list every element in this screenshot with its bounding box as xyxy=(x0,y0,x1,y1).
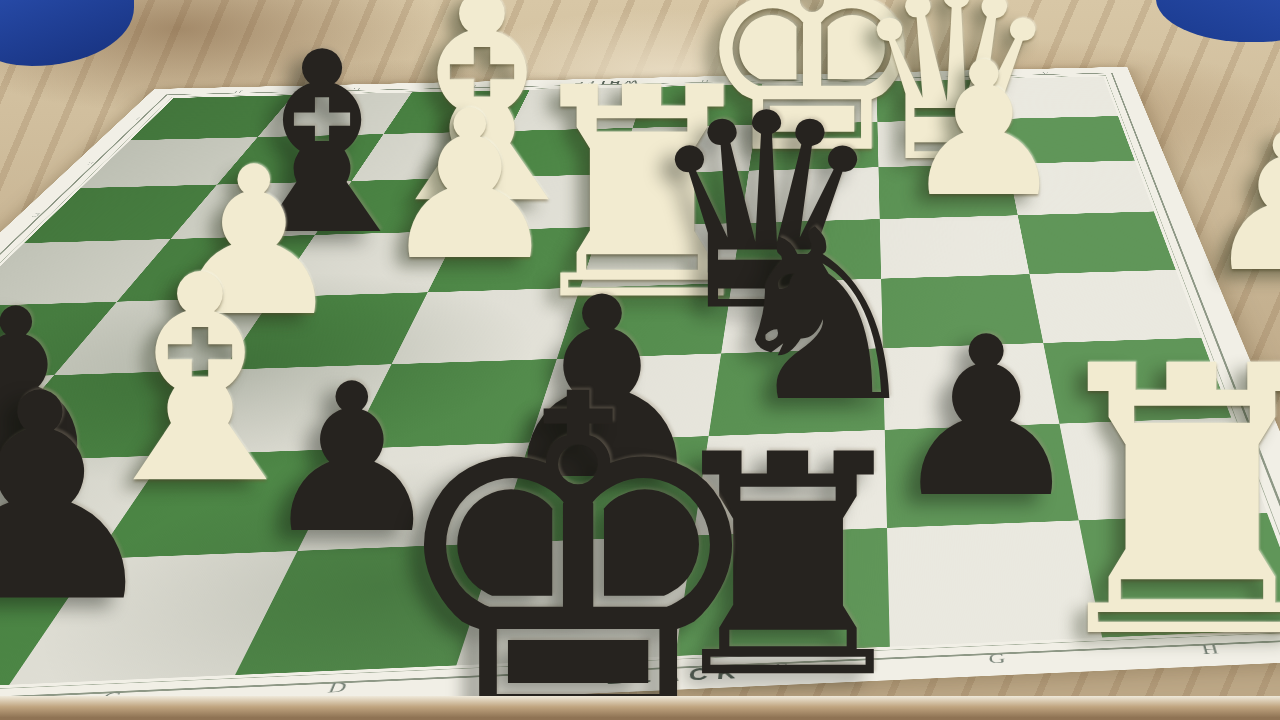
square-h8 xyxy=(1078,513,1280,638)
square-g1 xyxy=(876,79,998,122)
file-letter-near-h: H xyxy=(1103,636,1280,661)
table-edge xyxy=(0,696,1280,720)
square-h6 xyxy=(1043,338,1231,424)
square-f1 xyxy=(756,82,878,125)
square-d1 xyxy=(509,87,646,131)
file-letter-far-h: H xyxy=(176,88,298,95)
square-h3 xyxy=(1007,161,1154,216)
square-f7 xyxy=(693,430,887,535)
file-letter-far-a: A xyxy=(989,70,1102,76)
square-h4 xyxy=(1017,211,1175,274)
chessboard: ABCDEFGH ABCDEFGH 12345678 BLACK WHITE xyxy=(0,67,1280,720)
square-h7 xyxy=(1059,418,1267,521)
board-play-area xyxy=(0,76,1280,704)
square-g3 xyxy=(878,164,1017,219)
square-e5 xyxy=(557,283,732,359)
piece-white-pawn-h3: ♟ xyxy=(1203,109,1280,299)
square-e7 xyxy=(497,436,709,543)
square-f8 xyxy=(675,528,890,656)
file-letter-far-b: B xyxy=(876,73,989,79)
file-letter-far-g: G xyxy=(296,86,417,93)
square-f2 xyxy=(749,122,879,171)
square-f3 xyxy=(741,167,880,223)
square-g6 xyxy=(883,343,1059,430)
square-d2 xyxy=(485,128,632,178)
square-f5 xyxy=(721,279,883,354)
square-g4 xyxy=(880,215,1029,278)
chess-photo-scene: ABCDEFGH ABCDEFGH 12345678 BLACK WHITE ♚… xyxy=(0,0,1280,720)
square-e2 xyxy=(617,125,755,174)
square-f6 xyxy=(708,348,884,436)
square-e1 xyxy=(633,84,762,127)
blue-case-right xyxy=(1156,0,1280,42)
square-e4 xyxy=(580,223,740,288)
file-letter-far-d: D xyxy=(647,78,763,85)
blue-case-left xyxy=(0,0,134,66)
square-h1 xyxy=(990,76,1118,118)
square-d3 xyxy=(458,174,617,231)
file-letter-near-g: G xyxy=(890,645,1106,671)
square-f4 xyxy=(731,219,881,283)
square-g5 xyxy=(881,274,1043,348)
square-h5 xyxy=(1029,270,1201,343)
square-g8 xyxy=(887,520,1102,647)
file-letter-far-c: C xyxy=(762,75,876,81)
square-g7 xyxy=(885,424,1079,528)
square-e3 xyxy=(600,171,748,227)
square-e8 xyxy=(456,535,693,665)
square-g2 xyxy=(877,119,1007,167)
file-letter-far-f: F xyxy=(414,83,533,90)
square-h2 xyxy=(998,116,1135,164)
square-e6 xyxy=(529,353,720,442)
